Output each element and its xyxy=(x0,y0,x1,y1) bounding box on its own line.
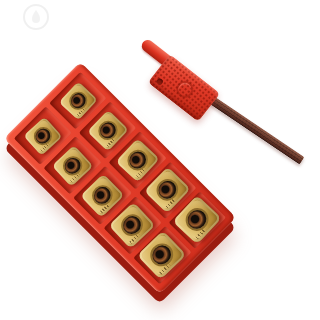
insert-engraving xyxy=(136,168,146,178)
insert-engraving xyxy=(70,173,80,182)
insert-hole-icon xyxy=(120,213,145,238)
product-photo xyxy=(0,0,320,320)
insert-engraving xyxy=(130,233,141,243)
insert-engraving xyxy=(100,203,110,213)
insert-engraving xyxy=(106,138,115,148)
milling-insert xyxy=(52,145,94,187)
insert-hole-icon xyxy=(32,125,53,146)
milling-insert xyxy=(80,173,124,217)
insert-engraving xyxy=(196,228,207,239)
insert-hole-icon xyxy=(62,155,84,177)
insert-hole-icon xyxy=(91,184,114,207)
milling-insert xyxy=(87,110,129,152)
watermark-logo xyxy=(19,2,53,34)
insert-engraving xyxy=(160,264,171,275)
milling-insert xyxy=(23,116,62,155)
handle-hole-icon xyxy=(156,78,164,86)
wrench-handle xyxy=(148,54,221,122)
milling-insert xyxy=(115,138,159,182)
milling-insert xyxy=(58,81,97,120)
wrench-shaft-icon xyxy=(203,92,304,164)
handle-emboss-icon xyxy=(173,77,197,101)
insert-hole-icon xyxy=(149,242,175,268)
insert-engraving xyxy=(165,198,176,209)
